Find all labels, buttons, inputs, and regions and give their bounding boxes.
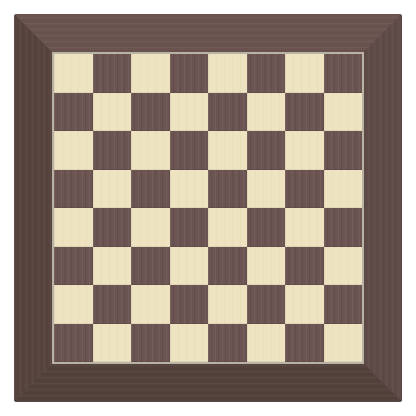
square-h5[interactable] <box>324 170 363 209</box>
square-c7[interactable] <box>131 93 170 132</box>
square-b3[interactable] <box>93 247 132 286</box>
square-g6[interactable] <box>285 131 324 170</box>
square-a7[interactable] <box>54 93 93 132</box>
square-e3[interactable] <box>208 247 247 286</box>
square-a6[interactable] <box>54 131 93 170</box>
square-d5[interactable] <box>170 170 209 209</box>
photo-background <box>0 0 416 416</box>
square-d6[interactable] <box>170 131 209 170</box>
square-c8[interactable] <box>131 54 170 93</box>
square-f5[interactable] <box>247 170 286 209</box>
square-e4[interactable] <box>208 208 247 247</box>
square-a4[interactable] <box>54 208 93 247</box>
square-h6[interactable] <box>324 131 363 170</box>
square-h7[interactable] <box>324 93 363 132</box>
square-g1[interactable] <box>285 324 324 363</box>
square-c6[interactable] <box>131 131 170 170</box>
square-f1[interactable] <box>247 324 286 363</box>
square-g5[interactable] <box>285 170 324 209</box>
square-b5[interactable] <box>93 170 132 209</box>
square-d2[interactable] <box>170 285 209 324</box>
square-f8[interactable] <box>247 54 286 93</box>
square-a3[interactable] <box>54 247 93 286</box>
square-h8[interactable] <box>324 54 363 93</box>
square-f4[interactable] <box>247 208 286 247</box>
square-d3[interactable] <box>170 247 209 286</box>
square-c4[interactable] <box>131 208 170 247</box>
square-e1[interactable] <box>208 324 247 363</box>
square-d4[interactable] <box>170 208 209 247</box>
square-b1[interactable] <box>93 324 132 363</box>
chessboard <box>14 14 402 402</box>
square-e6[interactable] <box>208 131 247 170</box>
square-d1[interactable] <box>170 324 209 363</box>
square-h4[interactable] <box>324 208 363 247</box>
square-b6[interactable] <box>93 131 132 170</box>
square-g8[interactable] <box>285 54 324 93</box>
square-f3[interactable] <box>247 247 286 286</box>
square-f2[interactable] <box>247 285 286 324</box>
square-g3[interactable] <box>285 247 324 286</box>
square-a8[interactable] <box>54 54 93 93</box>
square-b8[interactable] <box>93 54 132 93</box>
square-b7[interactable] <box>93 93 132 132</box>
square-h3[interactable] <box>324 247 363 286</box>
square-e2[interactable] <box>208 285 247 324</box>
square-g2[interactable] <box>285 285 324 324</box>
square-f6[interactable] <box>247 131 286 170</box>
square-d7[interactable] <box>170 93 209 132</box>
square-b2[interactable] <box>93 285 132 324</box>
square-c2[interactable] <box>131 285 170 324</box>
square-f7[interactable] <box>247 93 286 132</box>
square-e7[interactable] <box>208 93 247 132</box>
board-grid <box>54 54 362 362</box>
square-e5[interactable] <box>208 170 247 209</box>
square-b4[interactable] <box>93 208 132 247</box>
square-h2[interactable] <box>324 285 363 324</box>
square-c1[interactable] <box>131 324 170 363</box>
square-h1[interactable] <box>324 324 363 363</box>
square-d8[interactable] <box>170 54 209 93</box>
square-a1[interactable] <box>54 324 93 363</box>
square-g4[interactable] <box>285 208 324 247</box>
square-c3[interactable] <box>131 247 170 286</box>
square-e8[interactable] <box>208 54 247 93</box>
square-a5[interactable] <box>54 170 93 209</box>
square-a2[interactable] <box>54 285 93 324</box>
square-c5[interactable] <box>131 170 170 209</box>
square-g7[interactable] <box>285 93 324 132</box>
